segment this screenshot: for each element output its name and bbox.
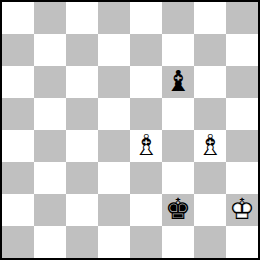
- square-a4[interactable]: [2, 130, 34, 162]
- square-e3[interactable]: [130, 162, 162, 194]
- square-a2[interactable]: [2, 194, 34, 226]
- square-c3[interactable]: [66, 162, 98, 194]
- white-king-piece-icon: ♔: [226, 194, 258, 226]
- square-d6[interactable]: [98, 66, 130, 98]
- square-e4[interactable]: ♝♗: [130, 130, 162, 162]
- square-f7[interactable]: [162, 34, 194, 66]
- square-b1[interactable]: [34, 226, 66, 258]
- square-g7[interactable]: [194, 34, 226, 66]
- square-b2[interactable]: [34, 194, 66, 226]
- square-c5[interactable]: [66, 98, 98, 130]
- square-g6[interactable]: [194, 66, 226, 98]
- square-c7[interactable]: [66, 34, 98, 66]
- square-h3[interactable]: [226, 162, 258, 194]
- square-h5[interactable]: [226, 98, 258, 130]
- square-c1[interactable]: [66, 226, 98, 258]
- square-g8[interactable]: [194, 2, 226, 34]
- square-h1[interactable]: [226, 226, 258, 258]
- square-c4[interactable]: [66, 130, 98, 162]
- square-f5[interactable]: [162, 98, 194, 130]
- square-c2[interactable]: [66, 194, 98, 226]
- square-a3[interactable]: [2, 162, 34, 194]
- square-b7[interactable]: [34, 34, 66, 66]
- square-h2[interactable]: ♚♔: [226, 194, 258, 226]
- square-d3[interactable]: [98, 162, 130, 194]
- square-c8[interactable]: [66, 2, 98, 34]
- square-h4[interactable]: [226, 130, 258, 162]
- square-g3[interactable]: [194, 162, 226, 194]
- square-e8[interactable]: [130, 2, 162, 34]
- black-bishop-piece-icon: ♝: [162, 66, 194, 98]
- square-e1[interactable]: [130, 226, 162, 258]
- square-e7[interactable]: [130, 34, 162, 66]
- square-b8[interactable]: [34, 2, 66, 34]
- white-bishop-piece-icon: ♗: [130, 130, 162, 162]
- square-f6[interactable]: ♝: [162, 66, 194, 98]
- square-a1[interactable]: [2, 226, 34, 258]
- square-g1[interactable]: [194, 226, 226, 258]
- square-f2[interactable]: ♚: [162, 194, 194, 226]
- square-g2[interactable]: [194, 194, 226, 226]
- square-e5[interactable]: [130, 98, 162, 130]
- square-a8[interactable]: [2, 2, 34, 34]
- square-g5[interactable]: [194, 98, 226, 130]
- square-d4[interactable]: [98, 130, 130, 162]
- white-bishop-piece-icon: ♗: [194, 130, 226, 162]
- square-d2[interactable]: [98, 194, 130, 226]
- square-b4[interactable]: [34, 130, 66, 162]
- chess-board: ♝♝♗♝♗♚♚♔: [0, 0, 260, 260]
- square-f4[interactable]: [162, 130, 194, 162]
- square-f8[interactable]: [162, 2, 194, 34]
- square-d8[interactable]: [98, 2, 130, 34]
- square-h7[interactable]: [226, 34, 258, 66]
- square-e2[interactable]: [130, 194, 162, 226]
- square-c6[interactable]: [66, 66, 98, 98]
- square-h6[interactable]: [226, 66, 258, 98]
- square-a6[interactable]: [2, 66, 34, 98]
- square-f3[interactable]: [162, 162, 194, 194]
- square-a5[interactable]: [2, 98, 34, 130]
- square-h8[interactable]: [226, 2, 258, 34]
- square-b6[interactable]: [34, 66, 66, 98]
- square-d5[interactable]: [98, 98, 130, 130]
- square-b5[interactable]: [34, 98, 66, 130]
- square-d1[interactable]: [98, 226, 130, 258]
- square-f1[interactable]: [162, 226, 194, 258]
- square-e6[interactable]: [130, 66, 162, 98]
- square-b3[interactable]: [34, 162, 66, 194]
- black-king-piece-icon: ♚: [162, 194, 194, 226]
- square-g4[interactable]: ♝♗: [194, 130, 226, 162]
- square-d7[interactable]: [98, 34, 130, 66]
- square-a7[interactable]: [2, 34, 34, 66]
